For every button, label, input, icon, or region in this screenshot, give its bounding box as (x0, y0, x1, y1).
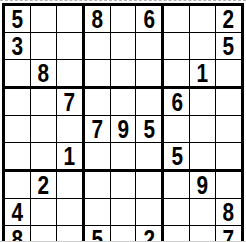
given-digit: 6 (143, 6, 155, 32)
cell-r6c1[interactable] (5, 143, 30, 169)
given-digit: 1 (197, 60, 209, 86)
cell-r3c1[interactable] (5, 60, 30, 86)
cell-r6c6[interactable] (136, 143, 161, 169)
given-digit: 8 (12, 226, 24, 242)
given-digit: 4 (12, 199, 24, 225)
box-7: 248 (5, 172, 82, 242)
given-digit: 8 (91, 6, 103, 32)
given-digit: 9 (117, 116, 129, 142)
given-digit: 5 (143, 116, 155, 142)
cell-r8c8[interactable] (190, 199, 215, 225)
box-6: 65 (164, 89, 241, 169)
cell-r6c5[interactable] (111, 143, 136, 169)
box-3: 251 (164, 6, 241, 86)
cell-r7c4[interactable] (85, 172, 110, 198)
cell-r9c9[interactable]: 7 (216, 226, 241, 242)
cell-r1c2[interactable] (31, 6, 56, 32)
cell-r9c5[interactable] (111, 226, 136, 242)
cell-r3c2[interactable]: 8 (31, 60, 56, 86)
cell-r7c9[interactable] (216, 172, 241, 198)
cell-r5c5[interactable]: 9 (111, 116, 136, 142)
cell-r8c7[interactable] (164, 199, 189, 225)
cell-r7c1[interactable] (5, 172, 30, 198)
box-9: 987 (164, 172, 241, 242)
given-digit: 8 (223, 199, 235, 225)
given-digit: 2 (143, 226, 155, 242)
cell-r5c1[interactable] (5, 116, 30, 142)
cell-r2c9[interactable]: 5 (216, 33, 241, 59)
cell-r9c7[interactable] (164, 226, 189, 242)
cell-r7c3[interactable] (57, 172, 82, 198)
cell-r4c7[interactable]: 6 (164, 89, 189, 115)
cell-r9c3[interactable] (57, 226, 82, 242)
cell-r1c4[interactable]: 8 (85, 6, 110, 32)
cell-r4c9[interactable] (216, 89, 241, 115)
cell-r5c7[interactable] (164, 116, 189, 142)
given-digit: 5 (171, 143, 183, 169)
cell-r2c1[interactable]: 3 (5, 33, 30, 59)
cell-r8c2[interactable] (31, 199, 56, 225)
cell-r4c6[interactable] (136, 89, 161, 115)
cell-r3c4[interactable] (85, 60, 110, 86)
given-digit: 7 (223, 226, 235, 242)
cell-r9c2[interactable] (31, 226, 56, 242)
cell-r9c1[interactable]: 8 (5, 226, 30, 242)
cell-r5c2[interactable] (31, 116, 56, 142)
given-digit: 7 (91, 116, 103, 142)
cell-r2c6[interactable] (136, 33, 161, 59)
cell-r7c5[interactable] (111, 172, 136, 198)
cell-r5c4[interactable]: 7 (85, 116, 110, 142)
cell-r3c5[interactable] (111, 60, 136, 86)
cell-r6c2[interactable] (31, 143, 56, 169)
cell-r8c5[interactable] (111, 199, 136, 225)
cell-r6c3[interactable]: 1 (57, 143, 82, 169)
cell-r2c5[interactable] (111, 33, 136, 59)
cell-r1c8[interactable] (190, 6, 215, 32)
cell-r1c1[interactable]: 5 (5, 6, 30, 32)
cell-r2c3[interactable] (57, 33, 82, 59)
cell-r4c5[interactable] (111, 89, 136, 115)
cell-r2c2[interactable] (31, 33, 56, 59)
cell-r8c1[interactable]: 4 (5, 199, 30, 225)
given-digit: 5 (12, 6, 24, 32)
cell-r9c4[interactable]: 5 (85, 226, 110, 242)
box-5: 795 (85, 89, 162, 169)
sudoku-board: 53886251717956524852987 (2, 3, 244, 242)
given-digit: 7 (63, 89, 75, 115)
cell-r1c9[interactable]: 2 (216, 6, 241, 32)
cell-r6c7[interactable]: 5 (164, 143, 189, 169)
given-digit: 5 (91, 226, 103, 242)
cell-r4c8[interactable] (190, 89, 215, 115)
box-1: 538 (5, 6, 82, 86)
given-digit: 3 (12, 33, 24, 59)
cell-r1c5[interactable] (111, 6, 136, 32)
cell-r8c6[interactable] (136, 199, 161, 225)
box-2: 86 (85, 6, 162, 86)
cell-r7c6[interactable] (136, 172, 161, 198)
cell-r3c8[interactable]: 1 (190, 60, 215, 86)
given-digit: 6 (171, 89, 183, 115)
given-digit: 9 (197, 172, 209, 198)
given-digit: 2 (38, 172, 50, 198)
box-4: 71 (5, 89, 82, 169)
cell-r7c8[interactable]: 9 (190, 172, 215, 198)
cell-r6c4[interactable] (85, 143, 110, 169)
given-digit: 8 (38, 60, 50, 86)
cell-r4c1[interactable] (5, 89, 30, 115)
cell-r4c2[interactable] (31, 89, 56, 115)
cell-r9c6[interactable]: 2 (136, 226, 161, 242)
cell-r2c8[interactable] (190, 33, 215, 59)
cell-r3c3[interactable] (57, 60, 82, 86)
cell-r9c8[interactable] (190, 226, 215, 242)
given-digit: 2 (223, 6, 235, 32)
given-digit: 1 (63, 143, 75, 169)
cell-r3c7[interactable] (164, 60, 189, 86)
cell-r3c6[interactable] (136, 60, 161, 86)
cell-r6c8[interactable] (190, 143, 215, 169)
cell-r8c3[interactable] (57, 199, 82, 225)
given-digit: 5 (223, 33, 235, 59)
cell-r7c2[interactable]: 2 (31, 172, 56, 198)
cell-r1c7[interactable] (164, 6, 189, 32)
page-edge-top-line (0, 0, 246, 1)
cell-r5c6[interactable]: 5 (136, 116, 161, 142)
cell-r3c9[interactable] (216, 60, 241, 86)
cell-r6c9[interactable] (216, 143, 241, 169)
cell-r4c3[interactable]: 7 (57, 89, 82, 115)
cell-r8c4[interactable] (85, 199, 110, 225)
cell-r5c8[interactable] (190, 116, 215, 142)
cell-r4c4[interactable] (85, 89, 110, 115)
cell-r1c6[interactable]: 6 (136, 6, 161, 32)
box-8: 52 (85, 172, 162, 242)
cell-r1c3[interactable] (57, 6, 82, 32)
cell-r5c3[interactable] (57, 116, 82, 142)
cell-r8c9[interactable]: 8 (216, 199, 241, 225)
cell-r2c4[interactable] (85, 33, 110, 59)
cell-r7c7[interactable] (164, 172, 189, 198)
cell-r5c9[interactable] (216, 116, 241, 142)
cell-r2c7[interactable] (164, 33, 189, 59)
